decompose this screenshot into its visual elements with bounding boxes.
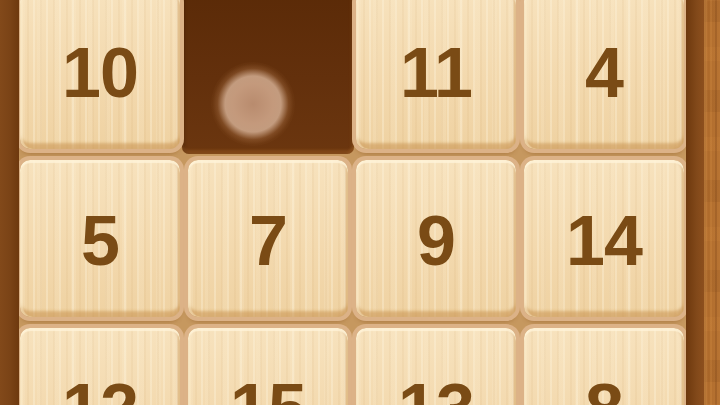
tile-14[interactable]: 14	[524, 160, 684, 317]
tile-number: 11	[400, 38, 472, 108]
tile-13[interactable]: 13	[356, 328, 516, 405]
board-frame-left	[0, 0, 19, 405]
tile-number: 13	[398, 374, 474, 405]
tile-12[interactable]: 12	[20, 328, 180, 405]
puzzle-board-screen: 10114579141215138	[0, 0, 720, 405]
board-frame-right-inner	[686, 0, 704, 405]
tile-7[interactable]: 7	[188, 160, 348, 317]
tile-11[interactable]: 11	[356, 0, 516, 149]
tile-number: 14	[566, 206, 642, 276]
tile-number: 12	[62, 374, 138, 405]
tile-number: 7	[249, 206, 287, 276]
tile-number: 5	[81, 206, 119, 276]
board-frame-right-wood	[704, 0, 720, 405]
tile-number: 8	[585, 374, 623, 405]
tile-number: 10	[62, 38, 138, 108]
tile-number: 9	[417, 206, 455, 276]
tile-15[interactable]: 15	[188, 328, 348, 405]
tile-8[interactable]: 8	[524, 328, 684, 405]
tile-5[interactable]: 5	[20, 160, 180, 317]
tile-9[interactable]: 9	[356, 160, 516, 317]
tile-4[interactable]: 4	[524, 0, 684, 149]
tile-10[interactable]: 10	[20, 0, 180, 149]
empty-cell	[182, 0, 354, 154]
tile-number: 15	[230, 374, 306, 405]
tile-number: 4	[585, 38, 623, 108]
